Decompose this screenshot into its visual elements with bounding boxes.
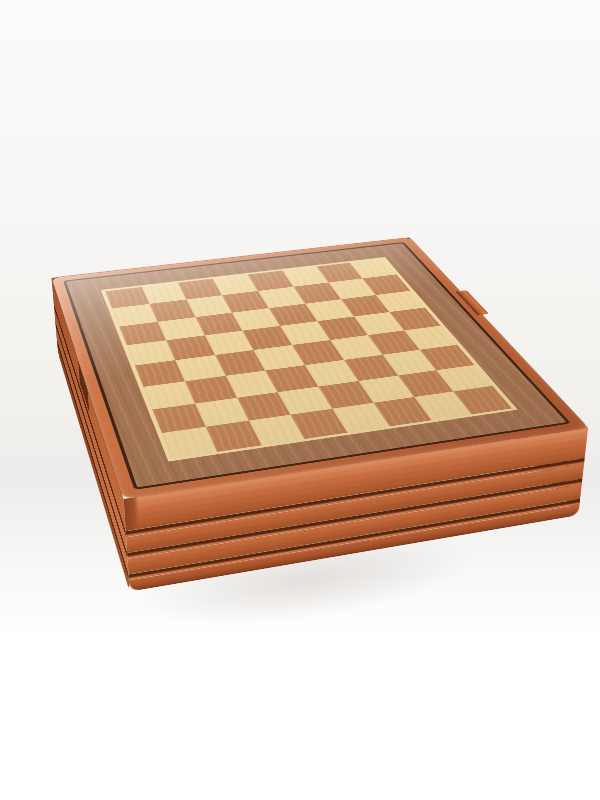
front-left-rabbet-step <box>124 497 140 532</box>
square-d2 <box>278 386 333 414</box>
square-b3 <box>185 376 237 404</box>
square-a4 <box>135 360 185 386</box>
chess-game-box <box>52 237 588 499</box>
square-c2 <box>236 392 290 421</box>
square-e2 <box>318 381 373 409</box>
studio-background <box>0 0 600 800</box>
square-d3 <box>265 365 318 392</box>
square-a2 <box>152 403 205 433</box>
